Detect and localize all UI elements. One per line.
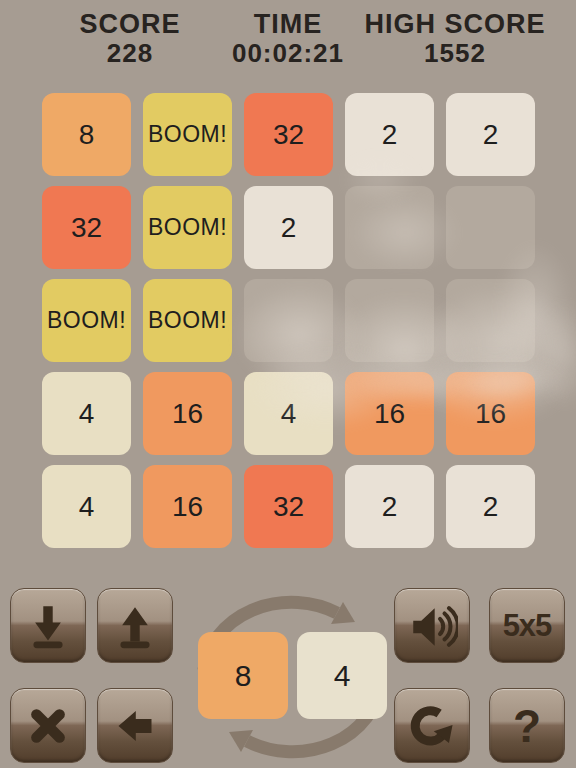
high-score-value: 1552 (345, 39, 565, 67)
tile: 16 (446, 372, 535, 455)
empty-cell (244, 279, 333, 362)
x-icon (25, 703, 71, 749)
empty-cell (446, 279, 535, 362)
upload-icon (111, 601, 159, 651)
tile: 2 (446, 93, 535, 176)
tile: 4 (42, 372, 131, 455)
tile: BOOM! (143, 186, 232, 269)
tile: 4 (244, 372, 333, 455)
tile: 2 (446, 465, 535, 548)
next-tile-left: 8 (198, 632, 288, 719)
tile: BOOM! (143, 279, 232, 362)
grid-size-button[interactable]: 5x5 (489, 588, 565, 663)
tile: 2 (345, 93, 434, 176)
tile: 16 (143, 465, 232, 548)
undo-button[interactable] (97, 688, 173, 763)
load-button[interactable] (97, 588, 173, 663)
tile: 32 (42, 186, 131, 269)
tile: 32 (244, 93, 333, 176)
speaker-icon (406, 601, 458, 651)
tile: 16 (345, 372, 434, 455)
board-grid[interactable]: 8 BOOM! 32 2 2 32 BOOM! 2 BOOM! BOOM! 4 … (42, 93, 535, 548)
empty-cell (446, 186, 535, 269)
tile: 8 (42, 93, 131, 176)
grid-size-label: 5x5 (503, 608, 552, 644)
tile: 4 (42, 465, 131, 548)
high-score-panel: HIGH SCORE 1552 (345, 0, 565, 67)
sound-button[interactable] (394, 588, 470, 663)
empty-cell (345, 279, 434, 362)
tile: 2 (345, 465, 434, 548)
tile: BOOM! (42, 279, 131, 362)
tile: 32 (244, 465, 333, 548)
tile: BOOM! (143, 93, 232, 176)
arrow-left-icon (111, 704, 159, 748)
tile: 16 (143, 372, 232, 455)
game-screen: SCORE 228 TIME 00:02:21 HIGH SCORE 1552 … (0, 0, 576, 768)
restart-icon (407, 701, 457, 751)
help-label: ? (513, 699, 541, 753)
tile: 2 (244, 186, 333, 269)
next-tile-right: 4 (297, 632, 387, 719)
download-icon (24, 601, 72, 651)
help-button[interactable]: ? (489, 688, 565, 763)
close-button[interactable] (10, 688, 86, 763)
save-button[interactable] (10, 588, 86, 663)
restart-button[interactable] (394, 688, 470, 763)
empty-cell (345, 186, 434, 269)
high-score-label: HIGH SCORE (345, 9, 565, 39)
